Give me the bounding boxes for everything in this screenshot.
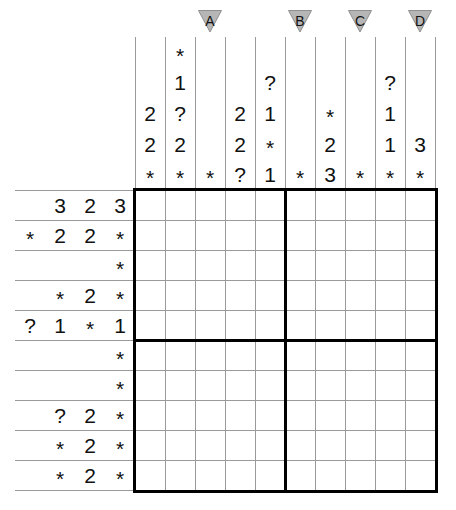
col-clue-c4-1: 2 bbox=[225, 98, 255, 129]
cell-r9c4[interactable] bbox=[225, 430, 255, 460]
cell-r8c3[interactable] bbox=[195, 400, 225, 430]
cell-r9c5[interactable] bbox=[255, 430, 285, 460]
marker-B: B bbox=[288, 9, 312, 33]
cell-r7c8[interactable] bbox=[345, 370, 375, 400]
cell-r5c6[interactable] bbox=[285, 310, 315, 340]
row-clue-r7-1: * bbox=[105, 373, 135, 403]
row-clue-r8-2: 2 bbox=[75, 400, 105, 430]
col-clue-c5-1: ? bbox=[255, 68, 285, 99]
col-clue-c9-2: 1 bbox=[375, 98, 405, 129]
row-clue-r5-2: 1 bbox=[45, 310, 75, 340]
column-clues-area: 22**1?2**22??1*1**23*?11*3* bbox=[135, 37, 436, 190]
cell-r10c1[interactable] bbox=[135, 460, 165, 490]
cell-r8c8[interactable] bbox=[345, 400, 375, 430]
col-clue-c9-1: ? bbox=[375, 68, 405, 99]
cell-r1c9[interactable] bbox=[375, 190, 405, 220]
row-clue-r3-1: * bbox=[105, 253, 135, 283]
row-clue-r1-1: 3 bbox=[45, 190, 75, 220]
row-clue-r10-3: * bbox=[105, 463, 135, 493]
row-clues-area: 323*22***2*?1*1**?2**2**2* bbox=[15, 190, 135, 491]
cell-r4c5[interactable] bbox=[255, 280, 285, 310]
cell-r1c7[interactable] bbox=[315, 190, 345, 220]
col-clue-c4-2: 2 bbox=[225, 129, 255, 160]
col-clue-c6-1: * bbox=[285, 162, 315, 193]
row-clues-grid: 323*22***2*?1*1**?2**2**2* bbox=[15, 190, 135, 490]
row-clue-r8-3: * bbox=[105, 403, 135, 433]
cell-r2c3[interactable] bbox=[195, 220, 225, 250]
cell-r2c1[interactable] bbox=[135, 220, 165, 250]
cell-r6c6[interactable] bbox=[285, 340, 315, 370]
row-clue-r5-1: ? bbox=[15, 310, 45, 340]
cell-r6c8[interactable] bbox=[345, 340, 375, 370]
col-clue-c8-1: * bbox=[345, 162, 375, 193]
cell-r10c8[interactable] bbox=[345, 460, 375, 490]
row-clue-r2-4: * bbox=[105, 223, 135, 253]
cell-r7c4[interactable] bbox=[225, 370, 255, 400]
cell-r9c3[interactable] bbox=[195, 430, 225, 460]
cell-r2c2[interactable] bbox=[165, 220, 195, 250]
cell-r5c9[interactable] bbox=[375, 310, 405, 340]
cell-r6c3[interactable] bbox=[195, 340, 225, 370]
row-clue-r4-3: * bbox=[105, 283, 135, 313]
cell-r7c5[interactable] bbox=[255, 370, 285, 400]
cell-r10c2[interactable] bbox=[165, 460, 195, 490]
cell-r7c3[interactable] bbox=[195, 370, 225, 400]
cell-r10c5[interactable] bbox=[255, 460, 285, 490]
cell-r1c2[interactable] bbox=[165, 190, 195, 220]
column-clues-grid: 22**1?2**22??1*1**23*?11*3* bbox=[135, 37, 435, 190]
cell-r5c8[interactable] bbox=[345, 310, 375, 340]
row-clue-r6-1: * bbox=[105, 343, 135, 373]
row-clue-r4-1: * bbox=[45, 283, 75, 313]
col-clue-c7-3: 3 bbox=[315, 159, 345, 190]
col-clue-c9-3: 1 bbox=[375, 129, 405, 160]
row-clue-r1-3: 3 bbox=[105, 190, 135, 220]
col-clue-c5-3: * bbox=[255, 132, 285, 163]
cell-r5c1[interactable] bbox=[135, 310, 165, 340]
cell-r9c2[interactable] bbox=[165, 430, 195, 460]
cell-r4c7[interactable] bbox=[315, 280, 345, 310]
cell-r6c7[interactable] bbox=[315, 340, 345, 370]
col-clue-c7-2: 2 bbox=[315, 129, 345, 160]
cell-r9c10[interactable] bbox=[405, 430, 435, 460]
cell-r5c3[interactable] bbox=[195, 310, 225, 340]
cell-r1c4[interactable] bbox=[225, 190, 255, 220]
cell-r4c10[interactable] bbox=[405, 280, 435, 310]
cell-r9c7[interactable] bbox=[315, 430, 345, 460]
cell-r7c10[interactable] bbox=[405, 370, 435, 400]
cell-r1c6[interactable] bbox=[285, 190, 315, 220]
cell-r3c2[interactable] bbox=[165, 250, 195, 280]
cell-r4c1[interactable] bbox=[135, 280, 165, 310]
col-clue-c7-1: * bbox=[315, 101, 345, 132]
col-clue-c1-3: * bbox=[135, 162, 165, 193]
cell-r5c7[interactable] bbox=[315, 310, 345, 340]
cell-r5c5[interactable] bbox=[255, 310, 285, 340]
col-clue-c2-1: * bbox=[165, 40, 195, 71]
cell-r4c2[interactable] bbox=[165, 280, 195, 310]
cell-r4c3[interactable] bbox=[195, 280, 225, 310]
cell-r8c2[interactable] bbox=[165, 400, 195, 430]
cell-r4c9[interactable] bbox=[375, 280, 405, 310]
col-clue-c10-1: 3 bbox=[405, 129, 435, 160]
cell-r3c6[interactable] bbox=[285, 250, 315, 280]
marker-label: D bbox=[408, 14, 432, 28]
cell-r5c2[interactable] bbox=[165, 310, 195, 340]
cell-r1c8[interactable] bbox=[345, 190, 375, 220]
cell-r8c5[interactable] bbox=[255, 400, 285, 430]
marker-C: C bbox=[348, 9, 372, 33]
cell-r5c10[interactable] bbox=[405, 310, 435, 340]
col-clue-c2-2: 1 bbox=[165, 68, 195, 99]
row-clue-r10-1: * bbox=[45, 463, 75, 493]
row-clue-r2-1: * bbox=[15, 223, 45, 253]
row-clue-r5-4: 1 bbox=[105, 310, 135, 340]
cell-r3c3[interactable] bbox=[195, 250, 225, 280]
row-clue-r9-1: * bbox=[45, 433, 75, 463]
cell-r10c7[interactable] bbox=[315, 460, 345, 490]
cell-r2c9[interactable] bbox=[375, 220, 405, 250]
cell-r6c10[interactable] bbox=[405, 340, 435, 370]
cell-r8c1[interactable] bbox=[135, 400, 165, 430]
cell-r3c8[interactable] bbox=[345, 250, 375, 280]
cell-r3c1[interactable] bbox=[135, 250, 165, 280]
row-clue-r10-2: 2 bbox=[75, 460, 105, 490]
col-clue-c5-4: 1 bbox=[255, 159, 285, 190]
row-clue-r2-3: 2 bbox=[75, 220, 105, 250]
cell-r8c10[interactable] bbox=[405, 400, 435, 430]
board-cells bbox=[135, 190, 435, 490]
marker-label: A bbox=[198, 14, 222, 28]
cell-r3c7[interactable] bbox=[315, 250, 345, 280]
cell-r5c4[interactable] bbox=[225, 310, 255, 340]
cell-r9c6[interactable] bbox=[285, 430, 315, 460]
cell-r6c5[interactable] bbox=[255, 340, 285, 370]
cell-r2c5[interactable] bbox=[255, 220, 285, 250]
cell-r2c4[interactable] bbox=[225, 220, 255, 250]
marker-label: C bbox=[348, 14, 372, 28]
row-clue-r5-3: * bbox=[75, 313, 105, 343]
puzzle-canvas: ABCD 22**1?2**22??1*1**23*?11*3* 323*22*… bbox=[0, 0, 456, 510]
row-clue-r9-3: * bbox=[105, 433, 135, 463]
cell-r7c7[interactable] bbox=[315, 370, 345, 400]
cell-r8c6[interactable] bbox=[285, 400, 315, 430]
cell-r3c5[interactable] bbox=[255, 250, 285, 280]
cell-r7c6[interactable] bbox=[285, 370, 315, 400]
cell-r10c10[interactable] bbox=[405, 460, 435, 490]
cell-r1c5[interactable] bbox=[255, 190, 285, 220]
cell-r3c9[interactable] bbox=[375, 250, 405, 280]
cell-r1c10[interactable] bbox=[405, 190, 435, 220]
cell-r9c1[interactable] bbox=[135, 430, 165, 460]
cell-r10c3[interactable] bbox=[195, 460, 225, 490]
cell-r6c1[interactable] bbox=[135, 340, 165, 370]
cell-r2c7[interactable] bbox=[315, 220, 345, 250]
cell-r9c8[interactable] bbox=[345, 430, 375, 460]
col-clue-c2-4: 2 bbox=[165, 129, 195, 160]
cell-r2c6[interactable] bbox=[285, 220, 315, 250]
cell-r9c9[interactable] bbox=[375, 430, 405, 460]
cell-r3c10[interactable] bbox=[405, 250, 435, 280]
cell-r4c4[interactable] bbox=[225, 280, 255, 310]
cell-r10c4[interactable] bbox=[225, 460, 255, 490]
cell-r8c4[interactable] bbox=[225, 400, 255, 430]
col-clue-c1-1: 2 bbox=[135, 98, 165, 129]
cell-r3c4[interactable] bbox=[225, 250, 255, 280]
cell-r2c10[interactable] bbox=[405, 220, 435, 250]
cell-r8c7[interactable] bbox=[315, 400, 345, 430]
cell-r2c8[interactable] bbox=[345, 220, 375, 250]
cell-r10c6[interactable] bbox=[285, 460, 315, 490]
cell-r1c3[interactable] bbox=[195, 190, 225, 220]
col-clue-c3-1: * bbox=[195, 162, 225, 193]
marker-A: A bbox=[198, 9, 222, 33]
marker-label: B bbox=[288, 14, 312, 28]
row-clue-r1-2: 2 bbox=[75, 190, 105, 220]
col-clue-c2-5: * bbox=[165, 162, 195, 193]
cell-r6c2[interactable] bbox=[165, 340, 195, 370]
cell-r7c2[interactable] bbox=[165, 370, 195, 400]
col-clue-c4-3: ? bbox=[225, 159, 255, 190]
col-clue-c2-3: ? bbox=[165, 98, 195, 129]
row-clue-r2-2: 2 bbox=[45, 220, 75, 250]
row-clue-r4-2: 2 bbox=[75, 280, 105, 310]
cell-r4c6[interactable] bbox=[285, 280, 315, 310]
cell-r7c1[interactable] bbox=[135, 370, 165, 400]
col-clue-c9-4: * bbox=[375, 162, 405, 193]
row-clue-r9-2: 2 bbox=[75, 430, 105, 460]
cell-r7c9[interactable] bbox=[375, 370, 405, 400]
marker-D: D bbox=[408, 9, 432, 33]
cell-r10c9[interactable] bbox=[375, 460, 405, 490]
cell-r6c9[interactable] bbox=[375, 340, 405, 370]
cell-r4c8[interactable] bbox=[345, 280, 375, 310]
col-clue-c5-2: 1 bbox=[255, 98, 285, 129]
cell-r8c9[interactable] bbox=[375, 400, 405, 430]
cell-r1c1[interactable] bbox=[135, 190, 165, 220]
board bbox=[135, 190, 436, 491]
cell-r6c4[interactable] bbox=[225, 340, 255, 370]
col-clue-c10-2: * bbox=[405, 162, 435, 193]
row-clue-r8-1: ? bbox=[45, 400, 75, 430]
col-clue-c1-2: 2 bbox=[135, 129, 165, 160]
